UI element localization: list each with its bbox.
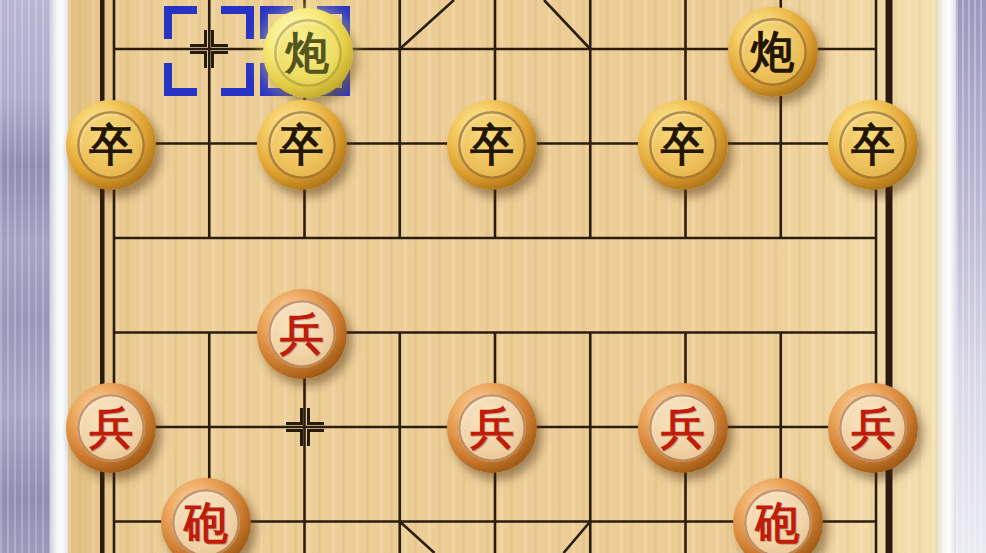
- piece-character: 兵: [470, 406, 514, 450]
- piece-character: 兵: [851, 406, 895, 450]
- piece-character: 卒: [661, 123, 705, 167]
- piece-black-soldier[interactable]: 卒: [828, 100, 918, 190]
- piece-black-soldier[interactable]: 卒: [257, 100, 347, 190]
- piece-character: 砲: [184, 501, 228, 545]
- piece-red-cannon[interactable]: 砲: [733, 478, 823, 553]
- piece-character: 砲: [756, 501, 800, 545]
- piece-red-soldier[interactable]: 兵: [828, 383, 918, 473]
- piece-character: 卒: [280, 123, 324, 167]
- piece-black-soldier[interactable]: 卒: [447, 100, 537, 190]
- piece-character: 炮: [286, 31, 330, 75]
- piece-red-soldier[interactable]: 兵: [447, 383, 537, 473]
- piece-character: 卒: [89, 123, 133, 167]
- piece-black-cannon[interactable]: 炮: [728, 7, 818, 97]
- piece-black-soldier[interactable]: 卒: [638, 100, 728, 190]
- piece-red-soldier[interactable]: 兵: [257, 289, 347, 379]
- piece-layer: 炮炮卒卒卒卒卒兵兵兵兵兵砲砲: [66, 2, 923, 553]
- xiangqi-game-screen: 炮炮卒卒卒卒卒兵兵兵兵兵砲砲: [0, 0, 986, 553]
- piece-character: 卒: [470, 123, 514, 167]
- piece-black-cannon-selected[interactable]: 炮: [263, 8, 353, 98]
- piece-character: 兵: [280, 312, 324, 356]
- piece-black-soldier[interactable]: 卒: [66, 100, 156, 190]
- piece-red-soldier[interactable]: 兵: [66, 383, 156, 473]
- piece-red-cannon[interactable]: 砲: [161, 478, 251, 553]
- piece-character: 炮: [751, 30, 795, 74]
- piece-character: 兵: [89, 406, 133, 450]
- piece-red-soldier[interactable]: 兵: [638, 383, 728, 473]
- piece-character: 卒: [851, 123, 895, 167]
- piece-character: 兵: [661, 406, 705, 450]
